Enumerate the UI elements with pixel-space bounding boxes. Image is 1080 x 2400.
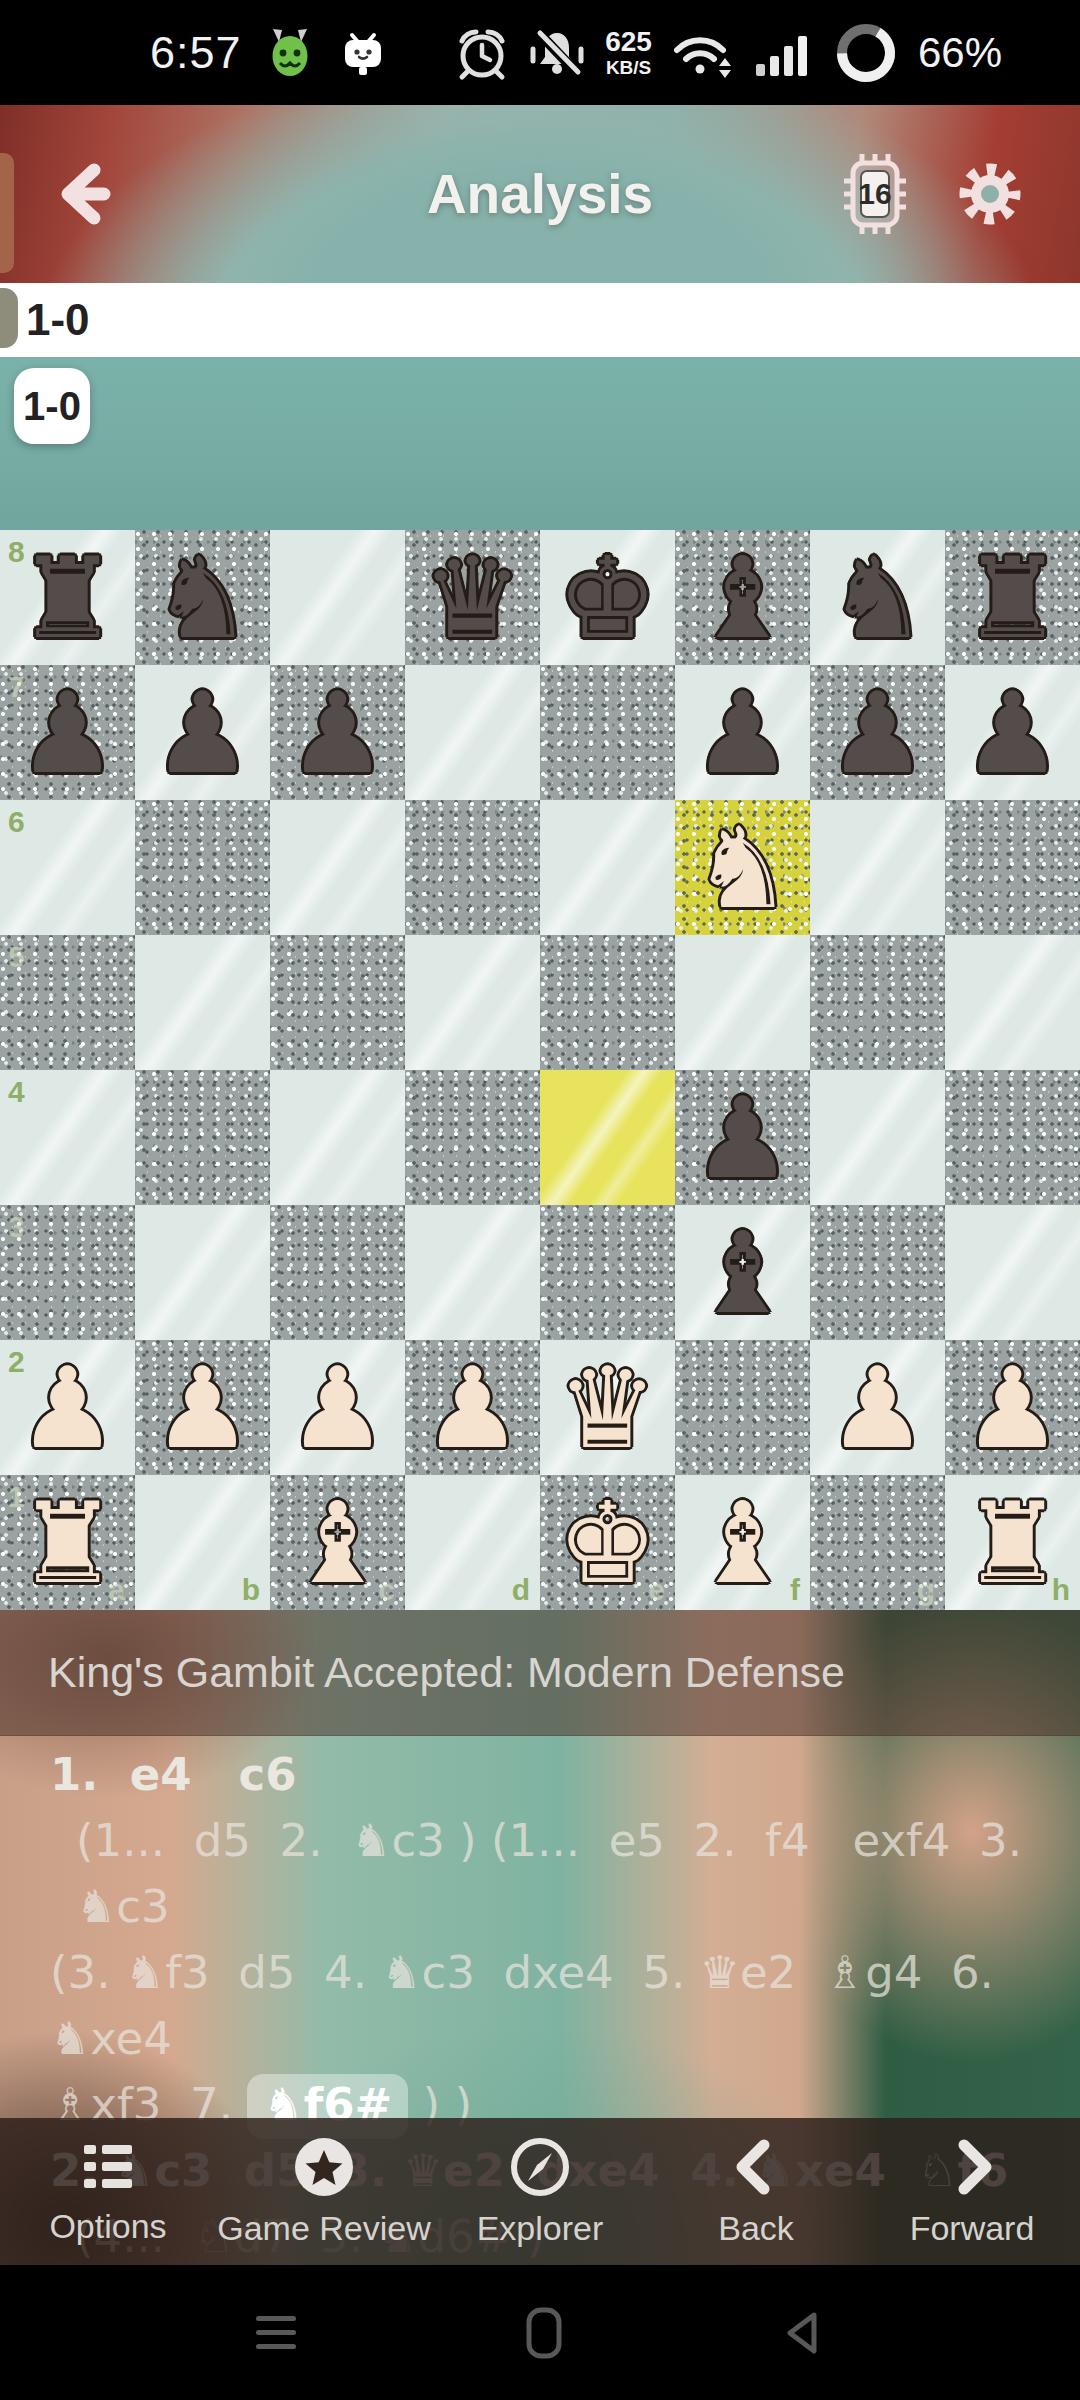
square-b7[interactable]: ♟ xyxy=(135,665,270,800)
network-speed-unit: KB/S xyxy=(606,58,651,77)
square-c1[interactable]: c♝ xyxy=(270,1475,405,1610)
clock-time: 6:57 xyxy=(150,27,242,79)
wifi-icon xyxy=(672,28,734,78)
battery-ring-icon xyxy=(834,21,898,85)
square-a8[interactable]: 8♜ xyxy=(0,530,135,665)
square-c2[interactable]: ♟ xyxy=(270,1340,405,1475)
happymod-icon xyxy=(266,26,314,80)
black-pawn[interactable]: ♟ xyxy=(945,665,1080,800)
white-pawn[interactable]: ♟ xyxy=(135,1340,270,1475)
wallpaper-band xyxy=(0,357,1080,530)
white-pawn[interactable]: ♟ xyxy=(270,1340,405,1475)
square-h1[interactable]: h♜ xyxy=(945,1475,1080,1610)
square-f1[interactable]: f♝ xyxy=(675,1475,810,1610)
chess-board: 8♜♞♛♚♝♞♜7♟♟♟♟♟♟6♞54♟3♝2♟♟♟♟♛♟♟1a♜bc♝de♚f… xyxy=(0,530,1080,1610)
square-b3[interactable] xyxy=(135,1205,270,1340)
nav-game-review[interactable]: Game Review xyxy=(216,2118,432,2265)
black-knight[interactable]: ♞ xyxy=(810,530,945,665)
android-nav-bar xyxy=(0,2265,1080,2400)
square-c7[interactable]: ♟ xyxy=(270,665,405,800)
opening-name: King's Gambit Accepted: Modern Defense xyxy=(0,1610,1080,1736)
black-bishop[interactable]: ♝ xyxy=(675,1205,810,1340)
square-a7[interactable]: 7♟ xyxy=(0,665,135,800)
square-a3[interactable]: 3 xyxy=(0,1205,135,1340)
nav-back-label: Back xyxy=(718,2209,794,2248)
rank-label-4: 4 xyxy=(8,1075,25,1109)
move-line-2: (1... d5 2. ♞c3 ) (1... e5 2. f4 exf4 3.… xyxy=(50,1808,1044,1940)
battery-percent: 66% xyxy=(918,29,1002,77)
settings-gear-icon[interactable] xyxy=(954,158,1026,230)
square-h7[interactable]: ♟ xyxy=(945,665,1080,800)
black-pawn[interactable]: ♟ xyxy=(270,665,405,800)
star-circle-icon xyxy=(292,2135,356,2199)
square-g4[interactable] xyxy=(810,1070,945,1205)
square-d2[interactable]: ♟ xyxy=(405,1340,540,1475)
white-rook[interactable]: ♜ xyxy=(0,1475,135,1610)
square-d6[interactable] xyxy=(405,800,540,935)
white-pawn[interactable]: ♟ xyxy=(0,1340,135,1475)
white-pawn[interactable]: ♟ xyxy=(945,1340,1080,1475)
nav-options-label: Options xyxy=(49,2207,166,2246)
square-e8[interactable]: ♚ xyxy=(540,530,675,665)
square-b5[interactable] xyxy=(135,935,270,1070)
square-f6[interactable]: ♞ xyxy=(675,800,810,935)
square-f5[interactable] xyxy=(675,935,810,1070)
engine-depth-value: 16 xyxy=(858,177,891,210)
nav-explorer[interactable]: Explorer xyxy=(432,2118,648,2265)
square-e2[interactable]: ♛ xyxy=(540,1340,675,1475)
square-a6[interactable]: 6 xyxy=(0,800,135,935)
rank-label-5: 5 xyxy=(8,940,25,974)
rank-label-6: 6 xyxy=(8,805,25,839)
white-bishop[interactable]: ♝ xyxy=(675,1475,810,1610)
status-left: 6:57 xyxy=(150,26,388,80)
file-label-b: b xyxy=(242,1573,260,1607)
alarm-icon xyxy=(455,25,509,81)
move-text[interactable]: (3. ♞f3 d5 4. ♞c3 dxe4 5. ♛e2 ♗g4 6. ♞xe… xyxy=(50,1946,1008,2065)
compass-icon xyxy=(508,2135,572,2199)
white-bishop[interactable]: ♝ xyxy=(270,1475,405,1610)
square-g7[interactable]: ♟ xyxy=(810,665,945,800)
file-label-d: d xyxy=(512,1573,530,1607)
square-d3[interactable] xyxy=(405,1205,540,1340)
tv-icon xyxy=(338,26,388,80)
square-e1[interactable]: e♚ xyxy=(540,1475,675,1610)
game-result: 1-0 xyxy=(26,295,90,345)
black-rook[interactable]: ♜ xyxy=(0,530,135,665)
square-a1[interactable]: 1a♜ xyxy=(0,1475,135,1610)
white-knight[interactable]: ♞ xyxy=(675,800,810,935)
result-bar: 1-0 xyxy=(0,283,1080,357)
square-f3[interactable]: ♝ xyxy=(675,1205,810,1340)
black-pawn[interactable]: ♟ xyxy=(675,1070,810,1205)
engine-depth-button[interactable]: 16 xyxy=(836,150,914,238)
network-speed: 625 KB/S xyxy=(605,28,652,77)
black-pawn[interactable]: ♟ xyxy=(810,665,945,800)
square-a5[interactable]: 5 xyxy=(0,935,135,1070)
square-c8[interactable] xyxy=(270,530,405,665)
move-line-1: 1. e4 c6 xyxy=(50,1742,1044,1808)
white-pawn[interactable]: ♟ xyxy=(405,1340,540,1475)
notifications-off-icon xyxy=(529,25,585,81)
square-d5[interactable] xyxy=(405,935,540,1070)
black-king[interactable]: ♚ xyxy=(540,530,675,665)
status-right: 625 KB/S 66% xyxy=(455,21,1002,85)
black-knight[interactable]: ♞ xyxy=(135,530,270,665)
square-d1[interactable]: d xyxy=(405,1475,540,1610)
square-h2[interactable]: ♟ xyxy=(945,1340,1080,1475)
square-f2[interactable] xyxy=(675,1340,810,1475)
black-rook[interactable]: ♜ xyxy=(945,530,1080,665)
analysis-screen: 6:57 xyxy=(0,0,1080,2400)
square-g1[interactable]: g xyxy=(810,1475,945,1610)
bottom-nav: Options Game Review Explorer Back xyxy=(0,2118,1080,2265)
black-pawn[interactable]: ♟ xyxy=(675,665,810,800)
square-b6[interactable] xyxy=(135,800,270,935)
nav-back[interactable]: Back xyxy=(648,2118,864,2265)
white-rook[interactable]: ♜ xyxy=(945,1475,1080,1610)
white-pawn[interactable]: ♟ xyxy=(810,1340,945,1475)
result-tab xyxy=(0,288,18,348)
square-h3[interactable] xyxy=(945,1205,1080,1340)
square-f8[interactable]: ♝ xyxy=(675,530,810,665)
black-pawn[interactable]: ♟ xyxy=(0,665,135,800)
square-g5[interactable] xyxy=(810,935,945,1070)
square-b4[interactable] xyxy=(135,1070,270,1205)
signal-icon xyxy=(754,28,814,78)
square-g6[interactable] xyxy=(810,800,945,935)
square-e3[interactable] xyxy=(540,1205,675,1340)
square-g3[interactable] xyxy=(810,1205,945,1340)
app-bar: Analysis 16 xyxy=(0,105,1080,283)
black-queen[interactable]: ♛ xyxy=(405,530,540,665)
black-bishop[interactable]: ♝ xyxy=(675,530,810,665)
square-b1[interactable]: b xyxy=(135,1475,270,1610)
nav-forward-label: Forward xyxy=(910,2209,1035,2248)
result-chip[interactable]: 1-0 xyxy=(14,368,90,444)
file-label-g: g xyxy=(917,1573,935,1607)
square-h4[interactable] xyxy=(945,1070,1080,1205)
square-g8[interactable]: ♞ xyxy=(810,530,945,665)
square-f4[interactable]: ♟ xyxy=(675,1070,810,1205)
move-line-3: (3. ♞f3 d5 4. ♞c3 dxe4 5. ♛e2 ♗g4 6. ♞xe… xyxy=(50,1940,1044,2072)
square-e4[interactable] xyxy=(540,1070,675,1205)
move-text[interactable]: 1. e4 c6 xyxy=(50,1748,297,1801)
white-king[interactable]: ♚ xyxy=(540,1475,675,1610)
square-h8[interactable]: ♜ xyxy=(945,530,1080,665)
square-f7[interactable]: ♟ xyxy=(675,665,810,800)
square-c3[interactable] xyxy=(270,1205,405,1340)
white-queen[interactable]: ♛ xyxy=(540,1340,675,1475)
nav-explorer-label: Explorer xyxy=(477,2209,604,2248)
square-h5[interactable] xyxy=(945,935,1080,1070)
move-list: 1. e4 c6(1... d5 2. ♞c3 ) (1... e5 2. f4… xyxy=(0,1736,1080,2136)
square-a2[interactable]: 2♟ xyxy=(0,1340,135,1475)
square-e7[interactable] xyxy=(540,665,675,800)
options-list-icon xyxy=(76,2137,140,2197)
status-bar: 6:57 xyxy=(0,0,1080,105)
rank-label-3: 3 xyxy=(8,1210,25,1244)
home-icon[interactable] xyxy=(518,2305,570,2361)
recents-icon[interactable] xyxy=(250,2311,302,2355)
network-speed-value: 625 xyxy=(605,28,652,56)
android-back-icon[interactable] xyxy=(778,2308,826,2358)
square-g2[interactable]: ♟ xyxy=(810,1340,945,1475)
square-d8[interactable]: ♛ xyxy=(405,530,540,665)
square-b8[interactable]: ♞ xyxy=(135,530,270,665)
square-e6[interactable] xyxy=(540,800,675,935)
square-a4[interactable]: 4 xyxy=(0,1070,135,1205)
square-h6[interactable] xyxy=(945,800,1080,935)
square-b2[interactable]: ♟ xyxy=(135,1340,270,1475)
chevron-right-icon xyxy=(940,2135,1004,2199)
square-d7[interactable] xyxy=(405,665,540,800)
nav-forward[interactable]: Forward xyxy=(864,2118,1080,2265)
move-text[interactable]: (1... d5 2. ♞c3 ) (1... e5 2. f4 exf4 3.… xyxy=(76,1814,1051,1933)
square-c4[interactable] xyxy=(270,1070,405,1205)
nav-options[interactable]: Options xyxy=(0,2118,216,2265)
square-e5[interactable] xyxy=(540,935,675,1070)
black-pawn[interactable]: ♟ xyxy=(135,665,270,800)
nav-game-review-label: Game Review xyxy=(217,2209,431,2248)
square-c5[interactable] xyxy=(270,935,405,1070)
square-c6[interactable] xyxy=(270,800,405,935)
chevron-left-icon xyxy=(724,2135,788,2199)
square-d4[interactable] xyxy=(405,1070,540,1205)
